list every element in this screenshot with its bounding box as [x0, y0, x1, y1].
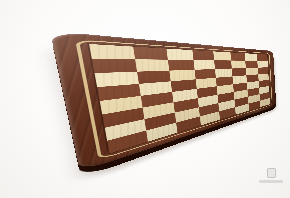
- watermark: [257, 168, 285, 184]
- square-e8: [213, 51, 231, 60]
- square-d8: [192, 50, 214, 60]
- watermark-icon: [267, 168, 276, 178]
- square-c8: [166, 49, 193, 60]
- chessboard-grid: [89, 44, 270, 154]
- square-g8: [245, 53, 258, 61]
- square-a8: [89, 44, 135, 59]
- square-f8: [230, 52, 245, 60]
- photo-background: [0, 0, 290, 198]
- square-b8: [133, 47, 168, 60]
- watermark-text: [259, 180, 283, 183]
